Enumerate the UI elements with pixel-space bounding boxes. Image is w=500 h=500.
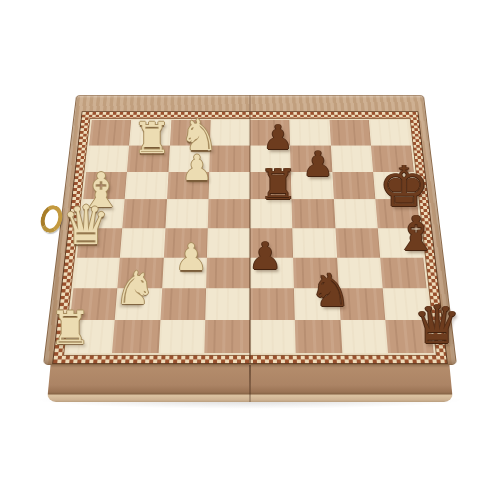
piece-dark-bishop-h4[interactable]: ♝: [394, 209, 437, 257]
piece-dark-pawn-e7[interactable]: ♟: [263, 120, 293, 154]
product-photo-scene: ♜♞♟♟♟♝♜♚♛♝♟♟♞♞♜♛: [0, 0, 500, 500]
piece-light-queen-a4[interactable]: ♛: [62, 199, 110, 253]
piece-dark-queen-h1[interactable]: ♛: [413, 298, 461, 351]
piece-light-knight-b2[interactable]: ♞: [114, 265, 155, 311]
square-f1[interactable]: [295, 320, 342, 353]
box-front-edge: [47, 364, 453, 402]
square-g5[interactable]: [333, 199, 377, 227]
square-f5[interactable]: [292, 199, 335, 227]
square-h3[interactable]: [380, 257, 427, 288]
square-c5[interactable]: [165, 199, 208, 227]
square-b6[interactable]: [125, 172, 168, 199]
square-h8[interactable]: [369, 120, 411, 146]
piece-dark-knight-f2[interactable]: ♞: [309, 267, 350, 313]
piece-light-rook-b7[interactable]: ♜: [133, 117, 172, 160]
piece-light-pawn-c3[interactable]: ♟: [174, 239, 207, 276]
square-a8[interactable]: [89, 120, 131, 146]
fold-seam: [249, 96, 251, 365]
square-d1[interactable]: [204, 320, 250, 353]
square-d5[interactable]: [208, 199, 250, 227]
square-b1[interactable]: [112, 320, 160, 353]
square-g6[interactable]: [332, 172, 375, 199]
square-g4[interactable]: [335, 228, 380, 258]
piece-dark-rook-e5[interactable]: ♜: [259, 164, 297, 206]
square-c2[interactable]: [160, 288, 206, 320]
piece-dark-pawn-f6[interactable]: ♟: [302, 147, 333, 182]
square-d6[interactable]: [208, 172, 250, 199]
square-f4[interactable]: [292, 228, 336, 258]
square-g7[interactable]: [330, 146, 372, 172]
square-e1[interactable]: [250, 320, 296, 353]
square-b4[interactable]: [120, 228, 165, 258]
square-d4[interactable]: [207, 228, 250, 258]
square-f8[interactable]: [290, 120, 331, 146]
square-d2[interactable]: [205, 288, 250, 320]
square-b5[interactable]: [123, 199, 167, 227]
piece-light-pawn-c6[interactable]: ♟: [181, 151, 212, 186]
square-g8[interactable]: [329, 120, 371, 146]
square-g1[interactable]: [340, 320, 388, 353]
square-e2[interactable]: [250, 288, 295, 320]
piece-dark-pawn-e3[interactable]: ♟: [248, 237, 282, 275]
square-a3[interactable]: [73, 257, 120, 288]
square-d3[interactable]: [206, 257, 250, 288]
square-c1[interactable]: [158, 320, 205, 353]
fold-seam-front: [249, 364, 251, 402]
pieces-layer: ♜♞♟♟♟♝♜♚♛♝♟♟♞♞♜♛: [0, 0, 500, 500]
piece-light-rook-a1[interactable]: ♜: [49, 305, 90, 351]
